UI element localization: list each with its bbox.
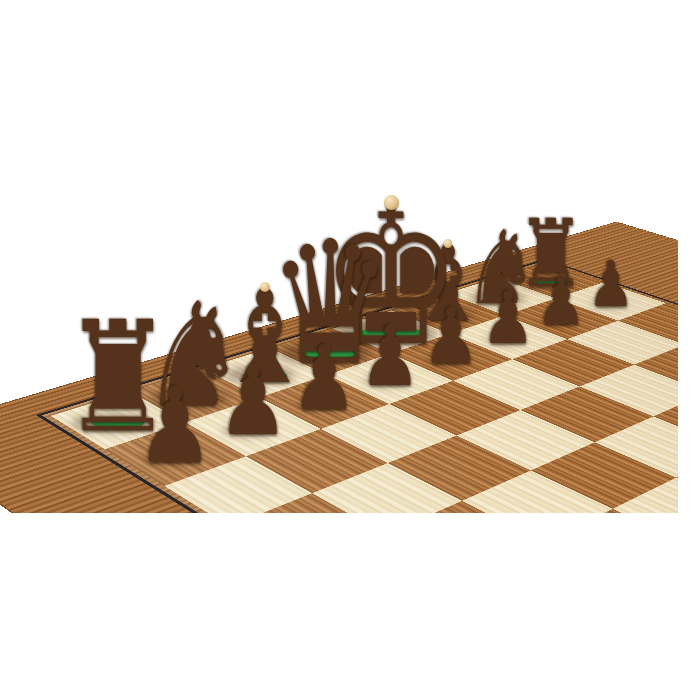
light-ball-finial — [260, 282, 270, 292]
chessboard-photo: ♜♞♝♛♚♝♞♜♟♟♟♟♟♟♟♟ — [0, 0, 678, 513]
board-playfield — [36, 259, 678, 513]
board-grid — [51, 263, 678, 513]
light-ball-finial — [444, 239, 452, 247]
light-ball-finial — [384, 195, 399, 210]
chess-board — [0, 222, 678, 513]
product-photo-canvas: ♜♞♝♛♚♝♞♜♟♟♟♟♟♟♟♟ — [0, 0, 700, 700]
